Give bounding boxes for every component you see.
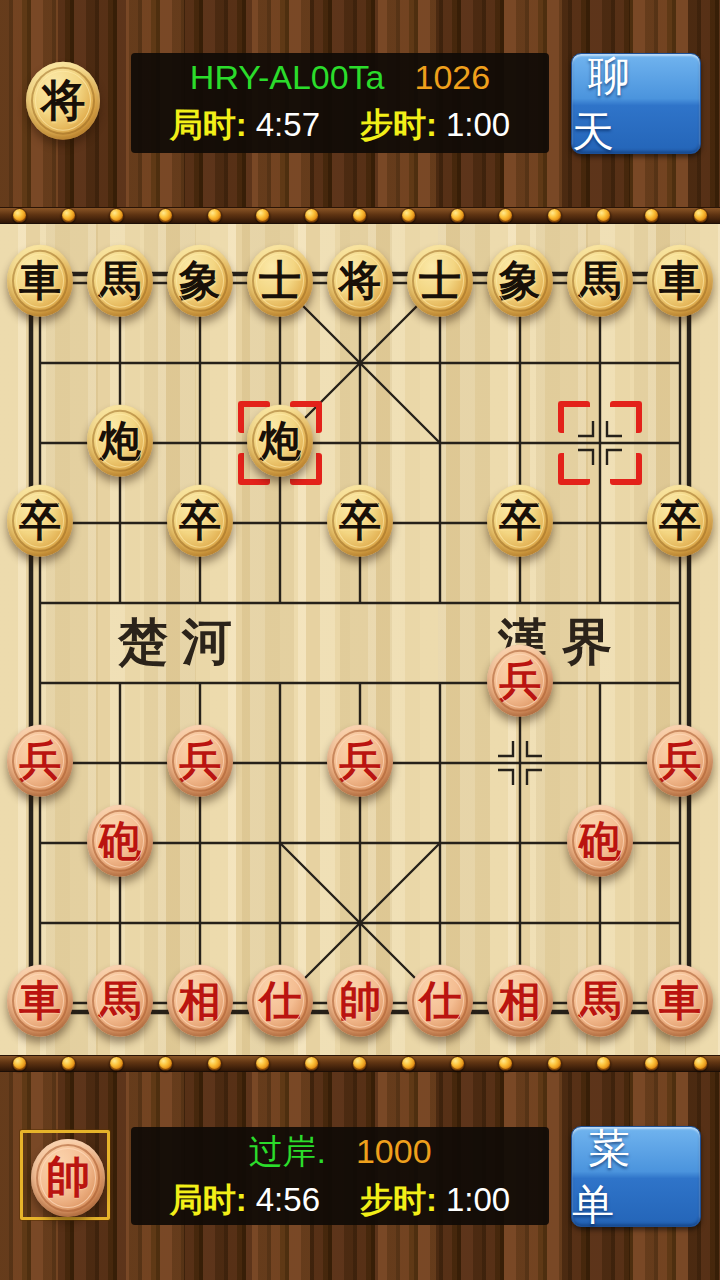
- board-piece-red[interactable]: 兵: [7, 725, 73, 797]
- piece-glyph: 兵: [339, 740, 381, 782]
- rivet-icon: [401, 208, 416, 223]
- piece-glyph: 車: [19, 980, 61, 1022]
- board-piece-red[interactable]: 砲: [567, 805, 633, 877]
- board-top-rail: [0, 207, 720, 224]
- piece-glyph: 炮: [259, 420, 301, 462]
- rivet-icon: [158, 208, 173, 223]
- player-avatar-piece: 帥: [31, 1139, 105, 1217]
- board-piece-red[interactable]: 仕: [407, 965, 473, 1037]
- board-piece-red[interactable]: 兵: [647, 725, 713, 797]
- rivet-icon: [547, 1056, 562, 1071]
- rivet-icon: [109, 1056, 124, 1071]
- rivet-icon: [401, 1056, 416, 1071]
- rivet-icon: [61, 1056, 76, 1071]
- board-piece-black[interactable]: 車: [647, 245, 713, 317]
- piece-glyph: 兵: [659, 740, 701, 782]
- board-piece-red[interactable]: 仕: [247, 965, 313, 1037]
- rivet-icon: [352, 208, 367, 223]
- bracket-corner-icon: [610, 401, 642, 433]
- board-piece-red[interactable]: 馬: [567, 965, 633, 1037]
- piece-glyph: 相: [179, 980, 221, 1022]
- board-piece-black[interactable]: 卒: [647, 485, 713, 557]
- player-game-time: 4:56: [256, 1181, 320, 1219]
- opponent-name-row: HRY-AL00Ta 1026: [190, 58, 490, 97]
- bracket-corner-icon: [610, 453, 642, 485]
- board-piece-black[interactable]: 卒: [487, 485, 553, 557]
- piece-glyph: 卒: [179, 500, 221, 542]
- piece-glyph: 将: [339, 260, 381, 302]
- rivet-icon: [498, 208, 513, 223]
- board-piece-black[interactable]: 卒: [167, 485, 233, 557]
- board-piece-black[interactable]: 象: [487, 245, 553, 317]
- player-avatar-glyph: 帥: [46, 1156, 90, 1200]
- piece-glyph: 砲: [579, 820, 621, 862]
- board-piece-black[interactable]: 車: [7, 245, 73, 317]
- piece-glyph: 車: [19, 260, 61, 302]
- piece-glyph: 車: [659, 260, 701, 302]
- piece-glyph: 士: [419, 260, 461, 302]
- piece-glyph: 兵: [499, 660, 541, 702]
- player-name-row: 过岸. 1000: [248, 1129, 431, 1175]
- chat-button[interactable]: 聊天: [571, 53, 701, 154]
- piece-glyph: 卒: [659, 500, 701, 542]
- board-piece-black[interactable]: 炮: [247, 405, 313, 477]
- board-piece-red[interactable]: 相: [167, 965, 233, 1037]
- menu-button[interactable]: 菜单: [571, 1126, 701, 1227]
- board-piece-red[interactable]: 車: [7, 965, 73, 1037]
- piece-glyph: 馬: [99, 980, 141, 1022]
- board-piece-black[interactable]: 士: [407, 245, 473, 317]
- rivet-icon: [450, 1056, 465, 1071]
- rivet-icon: [547, 208, 562, 223]
- rivet-icon: [207, 1056, 222, 1071]
- board-piece-black[interactable]: 士: [247, 245, 313, 317]
- player-avatar-frame: 帥: [20, 1130, 110, 1220]
- board-piece-black[interactable]: 象: [167, 245, 233, 317]
- piece-glyph: 象: [179, 260, 221, 302]
- opponent-move-time: 1:00: [446, 106, 510, 144]
- rivet-icon: [693, 1056, 708, 1071]
- board-piece-black[interactable]: 馬: [87, 245, 153, 317]
- piece-glyph: 卒: [499, 500, 541, 542]
- board-piece-black[interactable]: 卒: [7, 485, 73, 557]
- rivet-icon: [596, 1056, 611, 1071]
- piece-glyph: 兵: [19, 740, 61, 782]
- rivet-icon: [158, 1056, 173, 1071]
- opponent-game-time: 4:57: [256, 106, 320, 144]
- board-bottom-rail: [0, 1055, 720, 1072]
- last-move-origin-bracket: [558, 401, 642, 485]
- board-piece-red[interactable]: 帥: [327, 965, 393, 1037]
- rivet-icon: [644, 1056, 659, 1071]
- piece-glyph: 卒: [339, 500, 381, 542]
- rivet-icon: [61, 208, 76, 223]
- rivet-icon: [255, 208, 270, 223]
- opponent-name: HRY-AL00Ta: [190, 58, 385, 97]
- opponent-game-time-label: 局时:: [170, 103, 247, 148]
- rivet-icon: [255, 1056, 270, 1071]
- rivet-icon: [352, 1056, 367, 1071]
- board-piece-red[interactable]: 相: [487, 965, 553, 1037]
- rivet-icon: [304, 1056, 319, 1071]
- piece-glyph: 帥: [339, 980, 381, 1022]
- piece-glyph: 馬: [579, 980, 621, 1022]
- board-piece-red[interactable]: 馬: [87, 965, 153, 1037]
- board-piece-red[interactable]: 車: [647, 965, 713, 1037]
- player-move-time-label: 步时:: [360, 1178, 437, 1223]
- player-move-time: 1:00: [446, 1181, 510, 1219]
- board-piece-red[interactable]: 兵: [327, 725, 393, 797]
- opponent-info-panel: HRY-AL00Ta 1026 局时: 4:57 步时: 1:00: [131, 53, 549, 153]
- board-piece-black[interactable]: 将: [327, 245, 393, 317]
- opponent-move-time-label: 步时:: [360, 103, 437, 148]
- piece-glyph: 士: [259, 260, 301, 302]
- rivet-icon: [693, 208, 708, 223]
- piece-glyph: 砲: [99, 820, 141, 862]
- board-piece-black[interactable]: 炮: [87, 405, 153, 477]
- piece-glyph: 炮: [99, 420, 141, 462]
- player-name: 过岸.: [248, 1129, 325, 1175]
- piece-glyph: 相: [499, 980, 541, 1022]
- rivet-icon: [644, 208, 659, 223]
- player-game-time-label: 局时:: [170, 1178, 247, 1223]
- piece-glyph: 仕: [419, 980, 461, 1022]
- rivet-icon: [596, 208, 611, 223]
- opponent-avatar-glyph: 将: [41, 79, 85, 123]
- piece-glyph: 馬: [99, 260, 141, 302]
- bracket-corner-icon: [558, 401, 590, 433]
- rivet-icon: [12, 1056, 27, 1071]
- piece-glyph: 馬: [579, 260, 621, 302]
- board-piece-black[interactable]: 馬: [567, 245, 633, 317]
- piece-glyph: 卒: [19, 500, 61, 542]
- board-piece-red[interactable]: 兵: [487, 645, 553, 717]
- board-piece-red[interactable]: 砲: [87, 805, 153, 877]
- rivet-icon: [498, 1056, 513, 1071]
- player-rating: 1000: [356, 1132, 432, 1171]
- player-info-panel: 过岸. 1000 局时: 4:56 步时: 1:00: [131, 1127, 549, 1225]
- board-piece-black[interactable]: 卒: [327, 485, 393, 557]
- piece-glyph: 兵: [179, 740, 221, 782]
- bracket-corner-icon: [558, 453, 590, 485]
- rivet-icon: [450, 208, 465, 223]
- opponent-rating: 1026: [415, 58, 491, 97]
- rivet-icon: [207, 208, 222, 223]
- piece-glyph: 車: [659, 980, 701, 1022]
- piece-glyph: 仕: [259, 980, 301, 1022]
- player-timers-row: 局时: 4:56 步时: 1:00: [170, 1178, 510, 1223]
- rivet-icon: [12, 208, 27, 223]
- rivet-icon: [109, 208, 124, 223]
- board-piece-red[interactable]: 兵: [167, 725, 233, 797]
- river-label-left: 楚河: [85, 612, 265, 672]
- piece-glyph: 象: [499, 260, 541, 302]
- opponent-timers-row: 局时: 4:57 步时: 1:00: [170, 103, 510, 148]
- opponent-avatar-piece: 将: [26, 62, 100, 140]
- rivet-icon: [304, 208, 319, 223]
- app-root: 将 HRY-AL00Ta 1026 局时: 4:57 步时: 1:00 聊天 楚…: [0, 0, 720, 1280]
